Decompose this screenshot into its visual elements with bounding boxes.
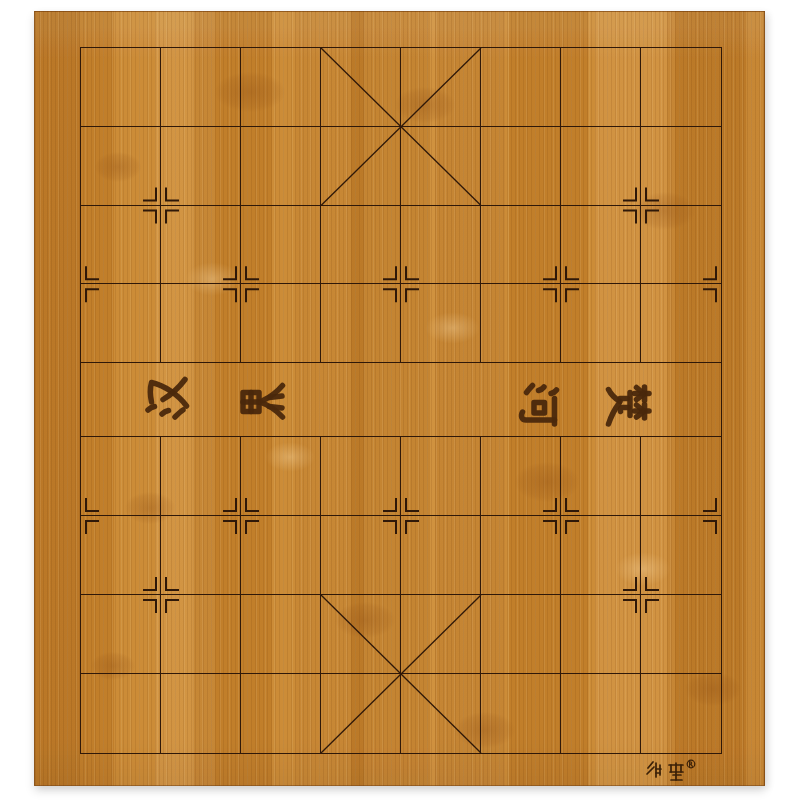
point-marker <box>543 521 556 534</box>
point-marker <box>703 266 716 279</box>
point-marker <box>566 498 579 511</box>
point-marker <box>86 498 99 511</box>
photo-background <box>0 0 800 800</box>
point-marker <box>86 521 99 534</box>
point-marker <box>623 188 636 201</box>
river-char-he <box>522 386 557 425</box>
point-marker <box>246 289 259 302</box>
point-marker <box>646 600 659 613</box>
point-marker <box>703 521 716 534</box>
point-marker <box>406 498 419 511</box>
point-marker <box>703 289 716 302</box>
point-marker <box>623 600 636 613</box>
point-marker <box>406 521 419 534</box>
point-marker <box>246 498 259 511</box>
point-marker <box>86 289 99 302</box>
point-marker <box>383 498 396 511</box>
point-marker <box>406 289 419 302</box>
point-marker <box>566 521 579 534</box>
point-marker <box>543 498 556 511</box>
point-marker <box>223 266 236 279</box>
point-marker <box>166 211 179 224</box>
river-char-chu <box>609 387 650 424</box>
point-marker <box>143 211 156 224</box>
point-marker <box>223 498 236 511</box>
river-char-han <box>148 380 187 418</box>
point-marker <box>543 266 556 279</box>
point-marker <box>703 498 716 511</box>
point-marker <box>166 600 179 613</box>
brand-mark <box>647 760 695 780</box>
point-marker <box>566 266 579 279</box>
point-marker <box>646 211 659 224</box>
point-marker <box>223 521 236 534</box>
point-marker <box>383 521 396 534</box>
board-overlay <box>35 12 766 787</box>
river-char-jie <box>243 386 283 418</box>
point-marker <box>406 266 419 279</box>
point-marker <box>223 289 236 302</box>
point-marker <box>543 289 556 302</box>
point-marker <box>646 577 659 590</box>
point-marker <box>166 577 179 590</box>
xiangqi-board <box>34 11 765 786</box>
point-marker <box>623 577 636 590</box>
point-marker <box>143 600 156 613</box>
point-marker <box>166 188 179 201</box>
point-marker <box>246 266 259 279</box>
point-marker <box>383 266 396 279</box>
point-marker <box>383 289 396 302</box>
point-marker <box>623 211 636 224</box>
point-marker <box>86 266 99 279</box>
point-marker <box>246 521 259 534</box>
palace-diagonals <box>321 48 481 753</box>
point-marker <box>646 188 659 201</box>
point-marker <box>143 577 156 590</box>
point-marker <box>143 188 156 201</box>
point-marker <box>566 289 579 302</box>
river-text <box>148 380 649 425</box>
